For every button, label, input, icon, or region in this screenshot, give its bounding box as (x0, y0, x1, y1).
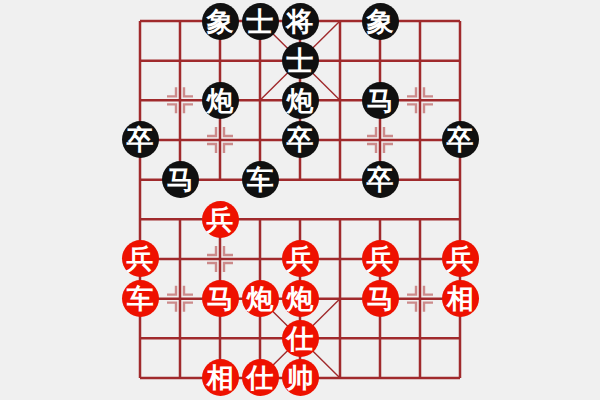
piece-black-general[interactable]: 将 (282, 3, 319, 40)
piece-red-general[interactable]: 帅 (282, 359, 319, 396)
piece-red-advisor[interactable]: 仕 (282, 320, 319, 357)
piece-black-advisor[interactable]: 士 (242, 3, 279, 40)
piece-black-cannon[interactable]: 炮 (282, 82, 319, 119)
piece-red-advisor[interactable]: 仕 (242, 359, 279, 396)
xiangqi-board: 象士将象士炮炮马卒卒卒马车卒兵兵兵兵兵车马炮炮马相仕相仕帅 (0, 0, 600, 400)
piece-black-soldier[interactable]: 卒 (442, 121, 479, 158)
piece-red-horse[interactable]: 马 (202, 280, 239, 317)
pieces-layer: 象士将象士炮炮马卒卒卒马车卒兵兵兵兵兵车马炮炮马相仕相仕帅 (120, 1, 480, 398)
piece-black-cannon[interactable]: 炮 (202, 82, 239, 119)
piece-black-advisor[interactable]: 士 (282, 42, 319, 79)
piece-red-cannon[interactable]: 炮 (242, 280, 279, 317)
piece-red-elephant[interactable]: 相 (442, 280, 479, 317)
piece-red-soldier[interactable]: 兵 (202, 201, 239, 238)
piece-red-soldier[interactable]: 兵 (122, 240, 159, 277)
piece-black-elephant[interactable]: 象 (202, 3, 239, 40)
piece-red-chariot[interactable]: 车 (122, 280, 159, 317)
piece-black-soldier[interactable]: 卒 (282, 121, 319, 158)
piece-black-soldier[interactable]: 卒 (122, 121, 159, 158)
piece-black-elephant[interactable]: 象 (362, 3, 399, 40)
piece-black-horse[interactable]: 马 (162, 161, 199, 198)
piece-red-soldier[interactable]: 兵 (282, 240, 319, 277)
piece-black-horse[interactable]: 马 (362, 82, 399, 119)
piece-red-elephant[interactable]: 相 (202, 359, 239, 396)
piece-red-soldier[interactable]: 兵 (362, 240, 399, 277)
piece-red-soldier[interactable]: 兵 (442, 240, 479, 277)
piece-black-chariot[interactable]: 车 (242, 161, 279, 198)
piece-red-cannon[interactable]: 炮 (282, 280, 319, 317)
piece-red-horse[interactable]: 马 (362, 280, 399, 317)
piece-black-soldier[interactable]: 卒 (362, 161, 399, 198)
